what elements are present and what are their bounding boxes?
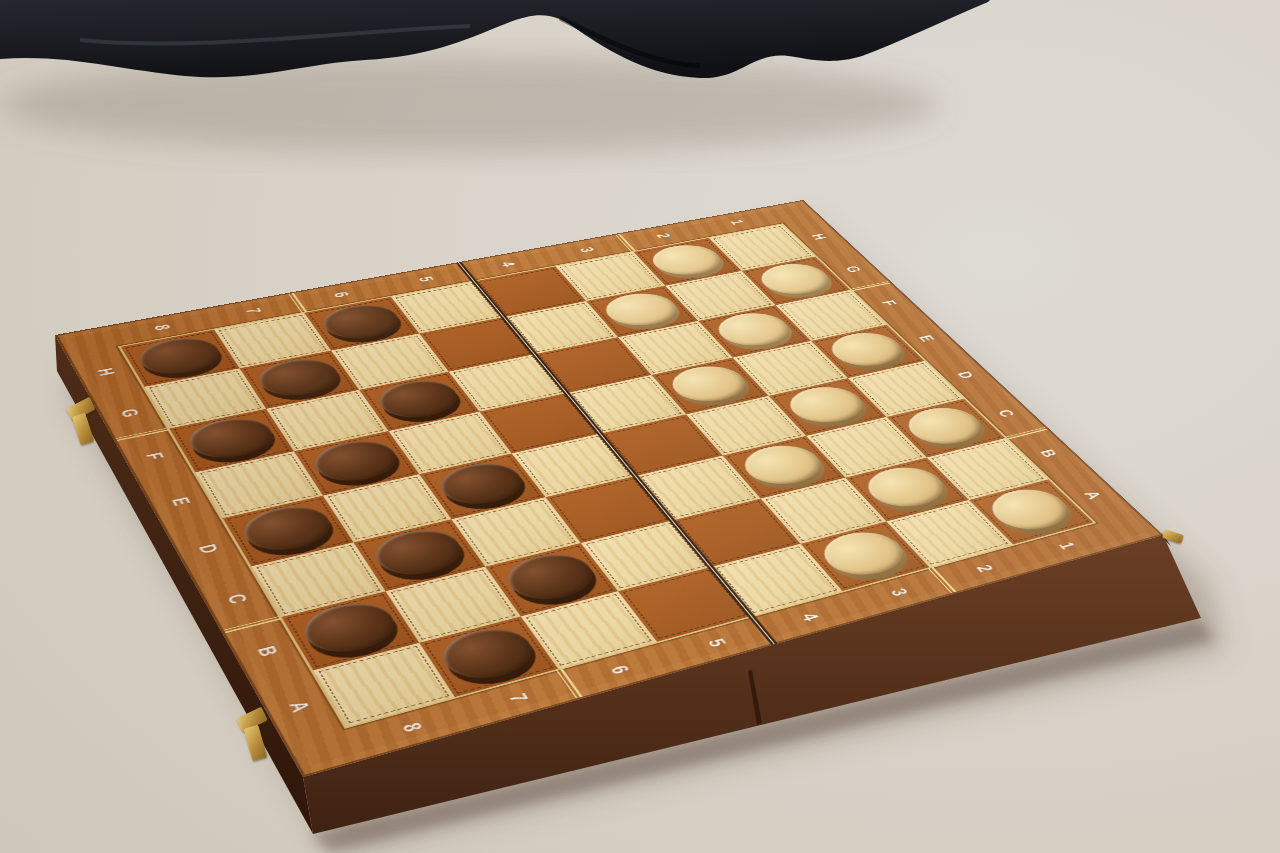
light-checker-D2[interactable]: [778, 381, 873, 428]
dark-checker-B6[interactable]: [496, 547, 603, 606]
dark-garment: [0, 0, 1000, 78]
light-checker-F2[interactable]: [707, 308, 798, 350]
garment-fold-highlight: [80, 26, 470, 44]
dark-checker-D6[interactable]: [430, 457, 532, 510]
brass-clasp-hook: [72, 413, 95, 446]
light-checker-H2[interactable]: [642, 241, 729, 280]
light-checker-E1[interactable]: [820, 328, 912, 371]
dark-checker-B8[interactable]: [293, 596, 404, 660]
light-checker-G1[interactable]: [750, 259, 838, 298]
light-checker-B2[interactable]: [855, 461, 955, 513]
dark-checker-E7[interactable]: [304, 435, 405, 487]
brass-clasp-hook: [244, 725, 268, 762]
board-frame: 8877665544332211HHGGFFEEDDCCBBAA: [55, 200, 1163, 777]
light-checker-G3[interactable]: [595, 289, 686, 331]
photo-stage: 8877665544332211HHGGFFEEDDCCBBAA: [0, 0, 1280, 853]
dark-checker-F8[interactable]: [180, 413, 281, 464]
dark-checker-H6[interactable]: [314, 300, 407, 343]
dark-checker-A7[interactable]: [431, 621, 543, 686]
fold-seam-side: [748, 670, 762, 725]
dark-checker-G7[interactable]: [250, 354, 347, 401]
checkers-board: 8877665544332211HHGGFFEEDDCCBBAA: [55, 200, 1163, 777]
bag-shadow: [0, 57, 940, 153]
light-checker-A3[interactable]: [811, 525, 915, 581]
garment-fold-shadow: [560, 18, 700, 66]
light-checker-C1[interactable]: [896, 402, 992, 450]
brass-hinge-pin: [1162, 529, 1184, 544]
dark-checker-F6[interactable]: [369, 375, 466, 423]
dark-checker-C7[interactable]: [364, 523, 471, 581]
light-checker-A1[interactable]: [979, 483, 1080, 536]
pieces-layer: [55, 200, 1163, 777]
dark-checker-H8[interactable]: [131, 333, 227, 379]
piece-top: [811, 525, 915, 581]
light-checker-E3[interactable]: [661, 361, 756, 407]
dark-checker-D8[interactable]: [234, 500, 340, 557]
light-checker-C3[interactable]: [732, 440, 831, 491]
